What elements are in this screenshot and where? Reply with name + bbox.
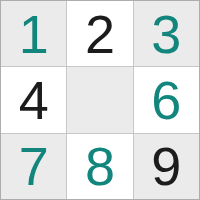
- cell-digit: 7: [19, 139, 49, 193]
- sudoku-cell-r0c2[interactable]: 3: [134, 1, 199, 66]
- cell-digit: 8: [85, 139, 115, 193]
- cell-digit: 4: [19, 73, 49, 127]
- sudoku-cell-r2c1[interactable]: 8: [67, 134, 132, 199]
- cell-digit: 6: [151, 73, 181, 127]
- cell-digit: 1: [19, 7, 49, 61]
- cell-digit: 9: [151, 139, 181, 193]
- sudoku-cell-r0c0[interactable]: 1: [1, 1, 66, 66]
- sudoku-cell-r1c1[interactable]: [67, 67, 132, 132]
- cell-digit: 2: [85, 7, 115, 61]
- sudoku-board: 1 2 3 4 6 7 8 9: [0, 0, 200, 200]
- cell-digit: 3: [151, 7, 181, 61]
- sudoku-cell-r1c0[interactable]: 4: [1, 67, 66, 132]
- sudoku-cell-r2c0[interactable]: 7: [1, 134, 66, 199]
- sudoku-cell-r2c2[interactable]: 9: [134, 134, 199, 199]
- sudoku-cell-r1c2[interactable]: 6: [134, 67, 199, 132]
- sudoku-cell-r0c1[interactable]: 2: [67, 1, 132, 66]
